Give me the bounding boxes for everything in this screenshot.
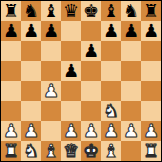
square-f6[interactable] <box>101 41 121 61</box>
square-f7[interactable]: ♟ <box>101 21 121 41</box>
black-pawn[interactable]: ♟ <box>103 21 119 41</box>
white-rook[interactable]: ♜ <box>3 141 19 161</box>
chess-board-frame: ♜♞♝♛♚♝♞♜♟♟♟♟♟♟♟♟♟♞♟♟♟♟♟♟♟♜♞♝♛♚♝♜ <box>0 0 162 162</box>
square-a5[interactable] <box>1 61 21 81</box>
white-pawn[interactable]: ♟ <box>43 81 59 101</box>
black-pawn[interactable]: ♟ <box>43 21 59 41</box>
white-pawn[interactable]: ♟ <box>103 121 119 141</box>
square-c8[interactable]: ♝ <box>41 1 61 21</box>
square-g7[interactable]: ♟ <box>121 21 141 41</box>
square-f5[interactable] <box>101 61 121 81</box>
square-d8[interactable]: ♛ <box>61 1 81 21</box>
square-c7[interactable]: ♟ <box>41 21 61 41</box>
square-c1[interactable]: ♝ <box>41 141 61 161</box>
white-pawn[interactable]: ♟ <box>23 121 39 141</box>
black-pawn[interactable]: ♟ <box>23 21 39 41</box>
white-king[interactable]: ♚ <box>83 141 99 161</box>
white-knight[interactable]: ♞ <box>23 141 39 161</box>
square-b7[interactable]: ♟ <box>21 21 41 41</box>
square-h1[interactable]: ♜ <box>141 141 161 161</box>
white-rook[interactable]: ♜ <box>143 141 159 161</box>
black-rook[interactable]: ♜ <box>3 1 19 21</box>
square-e3[interactable] <box>81 101 101 121</box>
square-h4[interactable] <box>141 81 161 101</box>
square-a1[interactable]: ♜ <box>1 141 21 161</box>
square-e2[interactable]: ♟ <box>81 121 101 141</box>
square-f4[interactable] <box>101 81 121 101</box>
square-g5[interactable] <box>121 61 141 81</box>
square-h3[interactable] <box>141 101 161 121</box>
white-pawn[interactable]: ♟ <box>63 121 79 141</box>
square-g4[interactable] <box>121 81 141 101</box>
square-a3[interactable] <box>1 101 21 121</box>
square-e5[interactable] <box>81 61 101 81</box>
black-bishop[interactable]: ♝ <box>103 1 119 21</box>
black-pawn[interactable]: ♟ <box>83 41 99 61</box>
square-d1[interactable]: ♛ <box>61 141 81 161</box>
black-pawn[interactable]: ♟ <box>63 61 79 81</box>
square-c6[interactable] <box>41 41 61 61</box>
square-b4[interactable] <box>21 81 41 101</box>
square-g1[interactable] <box>121 141 141 161</box>
square-c2[interactable] <box>41 121 61 141</box>
square-g3[interactable] <box>121 101 141 121</box>
square-a8[interactable]: ♜ <box>1 1 21 21</box>
square-b6[interactable] <box>21 41 41 61</box>
white-pawn[interactable]: ♟ <box>143 121 159 141</box>
black-pawn[interactable]: ♟ <box>3 21 19 41</box>
square-a4[interactable] <box>1 81 21 101</box>
square-h2[interactable]: ♟ <box>141 121 161 141</box>
square-d3[interactable] <box>61 101 81 121</box>
black-pawn[interactable]: ♟ <box>143 21 159 41</box>
white-pawn[interactable]: ♟ <box>3 121 19 141</box>
square-c4[interactable]: ♟ <box>41 81 61 101</box>
square-d6[interactable] <box>61 41 81 61</box>
square-d7[interactable] <box>61 21 81 41</box>
square-g2[interactable]: ♟ <box>121 121 141 141</box>
white-knight[interactable]: ♞ <box>103 101 119 121</box>
square-a6[interactable] <box>1 41 21 61</box>
square-b1[interactable]: ♞ <box>21 141 41 161</box>
black-king[interactable]: ♚ <box>83 1 99 21</box>
square-e8[interactable]: ♚ <box>81 1 101 21</box>
square-f1[interactable]: ♝ <box>101 141 121 161</box>
square-e4[interactable] <box>81 81 101 101</box>
square-b3[interactable] <box>21 101 41 121</box>
chess-board: ♜♞♝♛♚♝♞♜♟♟♟♟♟♟♟♟♟♞♟♟♟♟♟♟♟♜♞♝♛♚♝♜ <box>1 1 161 161</box>
square-g8[interactable]: ♞ <box>121 1 141 21</box>
black-knight[interactable]: ♞ <box>23 1 39 21</box>
square-e7[interactable] <box>81 21 101 41</box>
square-f2[interactable]: ♟ <box>101 121 121 141</box>
square-h5[interactable] <box>141 61 161 81</box>
black-knight[interactable]: ♞ <box>123 1 139 21</box>
square-h7[interactable]: ♟ <box>141 21 161 41</box>
square-h6[interactable] <box>141 41 161 61</box>
black-pawn[interactable]: ♟ <box>123 21 139 41</box>
square-h8[interactable]: ♜ <box>141 1 161 21</box>
square-c5[interactable] <box>41 61 61 81</box>
square-d4[interactable] <box>61 81 81 101</box>
white-bishop[interactable]: ♝ <box>43 141 59 161</box>
square-g6[interactable] <box>121 41 141 61</box>
square-b8[interactable]: ♞ <box>21 1 41 21</box>
black-bishop[interactable]: ♝ <box>43 1 59 21</box>
square-b2[interactable]: ♟ <box>21 121 41 141</box>
black-queen[interactable]: ♛ <box>63 1 79 21</box>
square-a2[interactable]: ♟ <box>1 121 21 141</box>
square-c3[interactable] <box>41 101 61 121</box>
square-f8[interactable]: ♝ <box>101 1 121 21</box>
white-queen[interactable]: ♛ <box>63 141 79 161</box>
black-rook[interactable]: ♜ <box>143 1 159 21</box>
square-e6[interactable]: ♟ <box>81 41 101 61</box>
white-pawn[interactable]: ♟ <box>123 121 139 141</box>
square-b5[interactable] <box>21 61 41 81</box>
square-d2[interactable]: ♟ <box>61 121 81 141</box>
square-f3[interactable]: ♞ <box>101 101 121 121</box>
white-pawn[interactable]: ♟ <box>83 121 99 141</box>
square-a7[interactable]: ♟ <box>1 21 21 41</box>
square-e1[interactable]: ♚ <box>81 141 101 161</box>
square-d5[interactable]: ♟ <box>61 61 81 81</box>
white-bishop[interactable]: ♝ <box>103 141 119 161</box>
